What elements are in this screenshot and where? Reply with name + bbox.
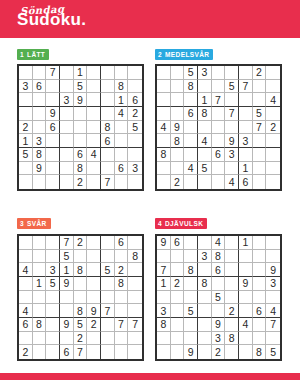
cell-r3c4: 1 [60,263,74,277]
cell-r2c2[interactable] [171,80,185,94]
cell-r2c2[interactable] [33,250,47,264]
cell-r2c5[interactable] [212,80,226,94]
cell-r6c8[interactable] [115,134,129,148]
cell-r6c5[interactable] [212,304,226,318]
cell-r7c6: 4 [87,148,101,162]
cell-r4c9: 3 [266,277,280,291]
cell-r5c6[interactable] [225,121,239,135]
cell-r3c6[interactable] [225,263,239,277]
cell-r4c5[interactable] [74,277,88,291]
cell-r3c2[interactable] [171,263,185,277]
cell-r8c5: 8 [74,162,88,176]
cell-r9c1[interactable] [157,175,171,189]
cell-r2c7[interactable] [101,250,115,264]
cell-r5c3[interactable] [184,291,198,305]
puzzle-2-difficulty-label: MEDELSVÅR [165,51,209,58]
cell-r9c9[interactable] [266,175,280,189]
puzzle-4-number: 4 [158,220,162,227]
cell-r1c9[interactable] [128,66,142,80]
cell-r6c7: 7 [101,304,115,318]
cell-r5c7[interactable] [101,291,115,305]
cell-r6c9[interactable] [128,134,142,148]
cell-r7c8[interactable] [253,318,267,332]
cell-r1c8: 2 [253,66,267,80]
cell-r5c8[interactable] [253,291,267,305]
cell-r8c9[interactable] [128,332,142,346]
cell-r4c9: 2 [128,107,142,121]
cell-r1c7[interactable] [239,66,253,80]
cell-r7c5: 6 [212,148,226,162]
cell-r5c5: 5 [212,291,226,305]
cell-r3c3: 8 [184,263,198,277]
cell-r1c7[interactable] [101,236,115,250]
cell-r8c6[interactable] [225,162,239,176]
cell-r4c4: 8 [198,107,212,121]
cell-r9c3[interactable] [46,345,60,359]
cell-r4c1[interactable] [19,277,33,291]
puzzle-2-number: 2 [158,51,162,58]
cell-r4c1[interactable] [157,107,171,121]
bottom-red-bar [0,373,300,380]
cell-r2c1[interactable] [19,250,33,264]
cell-r9c9[interactable] [128,175,142,189]
cell-r5c2[interactable] [33,291,47,305]
cell-r2c4[interactable] [60,80,74,94]
cell-r4c1[interactable] [19,107,33,121]
cell-r4c9[interactable] [266,107,280,121]
cell-r9c1[interactable] [19,175,33,189]
cell-r7c3[interactable] [46,318,60,332]
cell-r2c5[interactable] [74,250,88,264]
cell-r7c3[interactable] [46,148,60,162]
cell-r2c1[interactable] [157,80,171,94]
cell-r6c8[interactable] [253,134,267,148]
cell-r9c4: 6 [60,345,74,359]
cell-r2c9[interactable] [266,250,280,264]
cell-r8c4[interactable] [198,332,212,346]
cell-r8c6[interactable] [87,332,101,346]
cell-r6c8[interactable] [115,304,129,318]
cell-r2c6[interactable] [87,80,101,94]
cell-r3c7[interactable] [239,93,253,107]
cell-r8c3[interactable] [184,332,198,346]
cell-r4c4[interactable] [60,107,74,121]
cell-r2c4: 5 [60,250,74,264]
cell-r4c8: 4 [115,107,129,121]
cell-r6c9[interactable] [128,304,142,318]
cell-r6c5: 8 [74,304,88,318]
cell-r3c1: 7 [157,263,171,277]
cell-r3c1[interactable] [19,93,33,107]
cell-r7c3[interactable] [184,318,198,332]
cell-r5c9[interactable] [266,291,280,305]
cell-r5c6[interactable] [87,121,101,135]
cell-r7c7: 4 [239,318,253,332]
cell-r6c5[interactable] [74,134,88,148]
cell-r7c8[interactable] [115,148,129,162]
cell-r5c1: 4 [157,121,171,135]
cell-r1c1[interactable] [157,66,171,80]
cell-r6c2[interactable] [33,304,47,318]
cell-r2c8[interactable] [115,250,129,264]
sondag-sudoku-logo: Söndag Sudoku. [17,4,86,30]
puzzle-3-number: 3 [20,220,24,227]
cell-r9c6: 4 [225,175,239,189]
cell-r7c4[interactable] [198,318,212,332]
cell-r6c6: 9 [225,134,239,148]
cell-r6c9[interactable] [266,134,280,148]
cell-r2c5: 8 [212,250,226,264]
cell-r6c1: 3 [157,304,171,318]
cell-r1c8[interactable] [253,236,267,250]
cell-r5c3[interactable] [46,291,60,305]
cell-r2c6[interactable] [225,250,239,264]
cell-r7c2[interactable] [171,318,185,332]
cell-r3c1[interactable] [157,93,171,107]
cell-r5c1[interactable] [157,291,171,305]
cell-r3c2[interactable] [33,93,47,107]
cell-r9c1: 2 [19,345,33,359]
badge-row-1-right: 2MEDELSVÅR [155,43,283,61]
cell-r9c8[interactable] [253,175,267,189]
cell-r8c2: 9 [33,162,47,176]
cell-r3c8[interactable] [253,93,267,107]
cell-r3c8: 1 [115,93,129,107]
cell-r1c8: 6 [115,236,129,250]
cell-r1c9[interactable] [128,236,142,250]
cell-r2c7[interactable] [239,250,253,264]
cell-r8c5[interactable] [212,162,226,176]
cell-r9c6[interactable] [225,345,239,359]
cell-r5c5[interactable] [212,121,226,135]
cell-r2c8: 8 [115,80,129,94]
cell-r3c9[interactable] [128,263,142,277]
cell-r9c9: 5 [266,345,280,359]
cell-r7c8[interactable] [253,148,267,162]
cell-r3c5: 7 [212,93,226,107]
cell-r4c6[interactable] [225,277,239,291]
cell-r3c8: 2 [115,263,129,277]
cell-r1c7[interactable] [101,66,115,80]
cell-r6c4[interactable] [60,134,74,148]
cell-r3c6[interactable] [225,93,239,107]
cell-r5c2[interactable] [171,291,185,305]
cell-r9c5: 2 [212,345,226,359]
cell-r7c2: 8 [33,148,47,162]
cell-r3c6[interactable] [87,93,101,107]
cell-r8c2[interactable] [171,162,185,176]
cell-r6c3[interactable] [46,304,60,318]
cell-r7c9[interactable] [128,148,142,162]
cell-r8c2[interactable] [171,332,185,346]
cell-r7c7[interactable] [101,318,115,332]
cell-r6c3[interactable] [184,134,198,148]
cell-r5c1[interactable] [19,291,33,305]
cell-r7c5: 9 [212,318,226,332]
sudoku-grid-1: 713658391694226851365864986327 [17,64,144,191]
cell-r2c9: 8 [128,250,142,264]
cell-r9c4[interactable] [60,175,74,189]
cell-r5c6[interactable] [87,291,101,305]
cell-r2c7: 7 [239,80,253,94]
cell-r3c5: 8 [74,263,88,277]
cell-r2c1[interactable] [157,250,171,264]
cell-r6c2[interactable] [171,304,185,318]
cell-r9c9 [128,345,142,359]
cell-r8c4[interactable] [60,332,74,346]
cell-r7c2[interactable] [171,148,185,162]
cell-r8c4[interactable] [60,162,74,176]
cell-r7c4[interactable] [198,148,212,162]
cell-r2c2: 6 [33,80,47,94]
cell-r7c6: 3 [225,148,239,162]
cell-r3c3: 3 [46,263,60,277]
cell-r3c5: 9 [74,93,88,107]
cell-r8c9[interactable] [266,332,280,346]
cell-r9c3: 9 [184,345,198,359]
cell-r2c6: 5 [225,80,239,94]
cell-r8c7: 1 [239,162,253,176]
cell-r2c2[interactable] [171,250,185,264]
cell-r1c4[interactable] [198,236,212,250]
cell-r5c5[interactable] [74,121,88,135]
cell-r6c7[interactable] [239,304,253,318]
cell-r9c4[interactable] [198,345,212,359]
cell-r1c1[interactable] [19,66,33,80]
cell-r3c3[interactable] [46,93,60,107]
cell-r9c8[interactable] [115,345,129,359]
cell-r5c8[interactable] [115,291,129,305]
cell-r9c1[interactable] [157,345,171,359]
cell-r9c8[interactable] [115,175,129,189]
cell-r8c1[interactable] [157,332,171,346]
cell-r1c1[interactable] [19,236,33,250]
cell-r9c6[interactable] [87,175,101,189]
cell-r3c3[interactable] [184,93,198,107]
cell-r9c7: 7 [101,175,115,189]
cell-r9c2: 2 [171,175,185,189]
cell-r2c8[interactable] [253,250,267,264]
cell-r6c7: 3 [239,134,253,148]
cell-r6c3[interactable] [46,134,60,148]
cell-r2c8[interactable] [253,80,267,94]
cell-r6c1: 4 [19,304,33,318]
cell-r3c8[interactable] [253,263,267,277]
header-banner: Söndag Sudoku. [0,0,300,38]
cell-r8c1[interactable] [19,162,33,176]
cell-r8c3: 4 [184,162,198,176]
cell-r8c8[interactable] [115,332,129,346]
cell-r4c4: 9 [60,277,74,291]
cell-r1c5: 4 [212,236,226,250]
cell-r6c5[interactable] [212,134,226,148]
cell-r5c3: 6 [46,121,60,135]
cell-r5c7: 8 [101,121,115,135]
cell-r4c8[interactable] [253,277,267,291]
cell-r6c6: 9 [87,304,101,318]
cell-r2c4: 3 [198,250,212,264]
cell-r9c6[interactable] [87,345,101,359]
cell-r1c6[interactable] [87,66,101,80]
cell-r6c3: 5 [184,304,198,318]
cell-r1c8[interactable] [115,66,129,80]
cell-r4c2[interactable] [171,107,185,121]
badge-row-2-right: 4DJÄVULSK [155,212,283,230]
cell-r9c5: 7 [74,345,88,359]
cell-r1c2[interactable] [33,66,47,80]
cell-r4c7[interactable] [101,107,115,121]
cell-r7c1: 6 [19,318,33,332]
cell-r7c4[interactable] [60,148,74,162]
cell-r5c4[interactable] [198,291,212,305]
cell-r1c6[interactable] [225,236,239,250]
cell-r4c2: 1 [33,277,47,291]
cell-r8c1[interactable] [157,162,171,176]
cell-r5c4[interactable] [60,121,74,135]
cell-r3c7[interactable] [239,263,253,277]
cell-r4c6[interactable] [87,107,101,121]
cell-r2c3[interactable] [46,80,60,94]
cell-r6c6[interactable] [87,134,101,148]
cell-r9c4[interactable] [198,175,212,189]
cell-r6c4[interactable] [60,304,74,318]
cell-r5c2[interactable] [33,121,47,135]
cell-r2c9[interactable] [266,80,280,94]
cell-r3c2[interactable] [171,93,185,107]
difficulty-badge-2: 2MEDELSVÅR [155,49,213,60]
cell-r7c7[interactable] [101,148,115,162]
cell-r8c3[interactable] [46,332,60,346]
cell-r7c6: 2 [87,318,101,332]
cell-r5c7[interactable] [239,121,253,135]
cell-r7c1: 8 [157,148,171,162]
cell-r7c4: 9 [60,318,74,332]
cell-r5c3[interactable] [184,121,198,135]
cell-r3c4: 1 [198,93,212,107]
cell-r1c9[interactable] [266,236,280,250]
cell-r6c4: 4 [198,134,212,148]
cell-r5c6[interactable] [225,291,239,305]
cell-r7c3[interactable] [184,148,198,162]
cell-r1c9[interactable] [266,66,280,80]
cell-r8c7[interactable] [239,332,253,346]
cell-r1c6[interactable] [87,236,101,250]
cell-r1c4[interactable] [60,66,74,80]
cell-r2c3[interactable] [184,250,198,264]
cell-r5c8[interactable] [115,121,129,135]
cell-r5c9[interactable] [128,291,142,305]
cell-r1c6[interactable] [225,66,239,80]
cell-r7c8: 7 [115,318,129,332]
cell-r3c9: 4 [266,93,280,107]
cell-r1c2[interactable] [33,236,47,250]
cell-r5c4[interactable] [198,121,212,135]
cell-r4c9[interactable] [128,277,142,291]
cell-r9c7: 6 [239,175,253,189]
cell-r3c4[interactable] [198,263,212,277]
cell-r1c3[interactable] [46,236,60,250]
cell-r6c2: 3 [33,134,47,148]
cell-r8c1[interactable] [19,332,33,346]
cell-r7c7[interactable] [239,148,253,162]
cell-r5c2: 9 [171,121,185,135]
cell-r4c3[interactable] [184,277,198,291]
cell-r6c1[interactable] [157,134,171,148]
cell-r4c7[interactable] [239,107,253,121]
cell-r1c2[interactable] [171,66,185,80]
cell-r4c5[interactable] [212,277,226,291]
cell-r9c2[interactable] [33,345,47,359]
cell-r6c4[interactable] [198,304,212,318]
cell-r5c5[interactable] [74,291,88,305]
cell-r2c3: 8 [184,80,198,94]
cell-r2c6[interactable] [87,250,101,264]
cell-r8c6[interactable] [87,162,101,176]
cell-r4c6: 7 [225,107,239,121]
cell-r3c9: 6 [128,93,142,107]
cell-r1c5[interactable] [212,66,226,80]
cell-r8c2[interactable] [33,332,47,346]
cell-r3c7[interactable] [101,93,115,107]
cell-r2c9[interactable] [128,80,142,94]
cell-r8c4: 5 [198,162,212,176]
cell-r9c2[interactable] [171,345,185,359]
cell-r8c7[interactable] [101,162,115,176]
cell-r8c8[interactable] [253,162,267,176]
cell-r9c5: 2 [74,175,88,189]
cell-r8c9[interactable] [266,162,280,176]
cell-r1c3[interactable] [184,236,198,250]
cell-r9c5[interactable] [212,175,226,189]
cell-r3c6[interactable] [87,263,101,277]
cell-r7c1: 8 [157,318,171,332]
cell-r4c5[interactable] [74,107,88,121]
cell-r6c1: 1 [19,134,33,148]
cell-r4c8: 5 [253,107,267,121]
cell-r4c7[interactable] [101,277,115,291]
cell-r2c4[interactable] [198,80,212,94]
cell-r1c3: 7 [46,66,60,80]
cell-r3c2[interactable] [33,263,47,277]
cell-r9c7[interactable] [239,345,253,359]
cell-r8c9: 3 [128,162,142,176]
cell-r9c3[interactable] [184,175,198,189]
cell-r9c2[interactable] [33,175,47,189]
cell-r8c7[interactable] [101,332,115,346]
cell-r6c8: 6 [253,304,267,318]
cell-r7c5: 6 [74,148,88,162]
cell-r5c8: 7 [253,121,267,135]
cell-r9c3[interactable] [46,175,60,189]
cell-r2c3[interactable] [46,250,60,264]
cell-r4c4: 8 [198,277,212,291]
cell-r2c7[interactable] [101,80,115,94]
cell-r7c6[interactable] [225,318,239,332]
cell-r1c7: 1 [239,236,253,250]
cell-r4c5[interactable] [212,107,226,121]
cell-r5c7[interactable] [239,291,253,305]
cell-r5c4[interactable] [60,291,74,305]
cell-r9c8: 8 [253,345,267,359]
cell-r8c3[interactable] [46,162,60,176]
cell-r4c3: 5 [46,277,60,291]
cell-r9c7[interactable] [101,345,115,359]
cell-r8c8[interactable] [253,332,267,346]
cell-r7c9[interactable] [266,148,280,162]
cell-r7c2: 8 [33,318,47,332]
cell-r4c2[interactable] [33,107,47,121]
cell-r4c6[interactable] [87,277,101,291]
